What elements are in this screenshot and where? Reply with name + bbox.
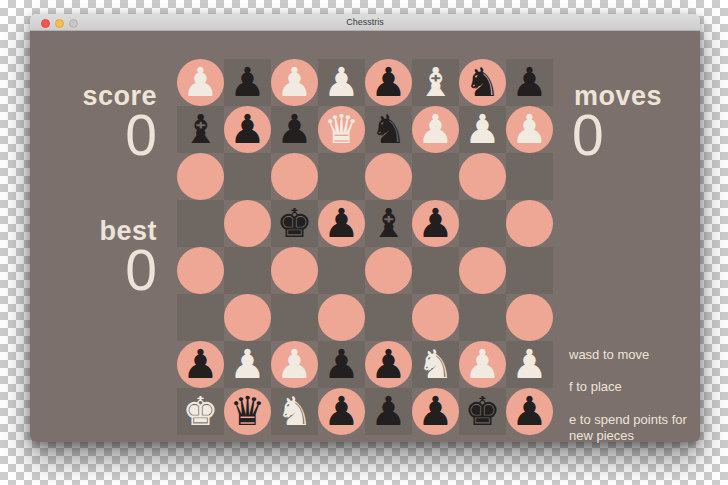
square-r5c6 bbox=[412, 247, 459, 294]
square-r7c2: ♟ bbox=[224, 341, 271, 388]
square-r7c6: ♞ bbox=[412, 341, 459, 388]
black-knight: ♞ bbox=[465, 59, 501, 106]
square-r6c7 bbox=[459, 294, 506, 341]
white-knight: ♞ bbox=[277, 388, 313, 435]
square-r1c1: ♟ bbox=[177, 59, 224, 106]
black-pawn: ♟ bbox=[371, 59, 407, 106]
white-queen: ♛ bbox=[324, 106, 360, 153]
square-r4c5: ♝ bbox=[365, 200, 412, 247]
square-r4c8 bbox=[506, 200, 553, 247]
square-r4c4: ♟ bbox=[318, 200, 365, 247]
square-r2c8: ♟ bbox=[506, 106, 553, 153]
black-king: ♚ bbox=[465, 388, 501, 435]
square-r1c7: ♞ bbox=[459, 59, 506, 106]
square-r8c7: ♚ bbox=[459, 388, 506, 435]
square-r2c4: ♛ bbox=[318, 106, 365, 153]
square-r7c3: ♟ bbox=[271, 341, 318, 388]
app-window: Chesstris score 0 best 0 moves 0 ♟♟♟♟♟♝♞… bbox=[30, 14, 700, 442]
square-r6c5 bbox=[365, 294, 412, 341]
square-r6c2 bbox=[224, 294, 271, 341]
square-r3c6 bbox=[412, 153, 459, 200]
white-pawn: ♟ bbox=[324, 59, 360, 106]
square-r8c1: ♚ bbox=[177, 388, 224, 435]
black-bishop: ♝ bbox=[183, 106, 219, 153]
black-pawn: ♟ bbox=[183, 341, 219, 388]
square-r2c6: ♟ bbox=[412, 106, 459, 153]
square-r6c1 bbox=[177, 294, 224, 341]
game-area: score 0 best 0 moves 0 ♟♟♟♟♟♝♞♟♝♟♟♛♞♟♟♟♚… bbox=[30, 31, 700, 442]
square-r8c6: ♟ bbox=[412, 388, 459, 435]
square-r4c3: ♚ bbox=[271, 200, 318, 247]
square-r3c3 bbox=[271, 153, 318, 200]
square-r3c2 bbox=[224, 153, 271, 200]
black-pawn: ♟ bbox=[324, 388, 360, 435]
square-r3c4 bbox=[318, 153, 365, 200]
square-r5c8 bbox=[506, 247, 553, 294]
square-r1c5: ♟ bbox=[365, 59, 412, 106]
black-pawn: ♟ bbox=[277, 106, 313, 153]
square-r4c2 bbox=[224, 200, 271, 247]
white-pawn: ♟ bbox=[418, 106, 454, 153]
transparency-background: Chesstris score 0 best 0 moves 0 ♟♟♟♟♟♝♞… bbox=[0, 0, 728, 485]
white-king: ♚ bbox=[183, 388, 219, 435]
window-title: Chesstris bbox=[30, 14, 700, 30]
instruction-move: wasd to move bbox=[569, 347, 711, 363]
square-r4c7 bbox=[459, 200, 506, 247]
square-r1c8: ♟ bbox=[506, 59, 553, 106]
white-pawn: ♟ bbox=[277, 341, 313, 388]
square-r4c1 bbox=[177, 200, 224, 247]
best-value: 0 bbox=[60, 242, 157, 299]
square-r5c1 bbox=[177, 247, 224, 294]
square-r4c6: ♟ bbox=[412, 200, 459, 247]
black-pawn: ♟ bbox=[512, 388, 548, 435]
square-r8c4: ♟ bbox=[318, 388, 365, 435]
square-r6c3 bbox=[271, 294, 318, 341]
square-r7c8: ♟ bbox=[506, 341, 553, 388]
black-pawn: ♟ bbox=[230, 59, 266, 106]
square-r6c6 bbox=[412, 294, 459, 341]
white-pawn: ♟ bbox=[277, 59, 313, 106]
square-r7c1: ♟ bbox=[177, 341, 224, 388]
black-pawn: ♟ bbox=[371, 388, 407, 435]
square-r2c7: ♟ bbox=[459, 106, 506, 153]
chess-board: ♟♟♟♟♟♝♞♟♝♟♟♛♞♟♟♟♚♟♝♟♟♟♟♟♟♞♟♟♚♛♞♟♟♟♚♟ bbox=[177, 59, 553, 435]
black-pawn: ♟ bbox=[371, 341, 407, 388]
square-r3c5 bbox=[365, 153, 412, 200]
square-r3c7 bbox=[459, 153, 506, 200]
black-pawn: ♟ bbox=[324, 200, 360, 247]
black-knight: ♞ bbox=[371, 106, 407, 153]
white-knight: ♞ bbox=[418, 341, 454, 388]
black-pawn: ♟ bbox=[418, 200, 454, 247]
black-king: ♚ bbox=[277, 200, 313, 247]
square-r5c4 bbox=[318, 247, 365, 294]
square-r6c8 bbox=[506, 294, 553, 341]
white-pawn: ♟ bbox=[183, 59, 219, 106]
white-pawn: ♟ bbox=[512, 341, 548, 388]
instruction-place: f to place bbox=[569, 379, 711, 395]
window-titlebar[interactable]: Chesstris bbox=[30, 14, 700, 31]
black-pawn: ♟ bbox=[418, 388, 454, 435]
square-r7c4: ♟ bbox=[318, 341, 365, 388]
square-r8c3: ♞ bbox=[271, 388, 318, 435]
square-r2c5: ♞ bbox=[365, 106, 412, 153]
white-pawn: ♟ bbox=[465, 341, 501, 388]
square-r8c5: ♟ bbox=[365, 388, 412, 435]
black-pawn: ♟ bbox=[324, 341, 360, 388]
square-r8c2: ♛ bbox=[224, 388, 271, 435]
score-value: 0 bbox=[60, 107, 157, 164]
black-bishop: ♝ bbox=[371, 200, 407, 247]
black-pawn: ♟ bbox=[512, 59, 548, 106]
square-r5c7 bbox=[459, 247, 506, 294]
square-r5c5 bbox=[365, 247, 412, 294]
square-r5c2 bbox=[224, 247, 271, 294]
square-r2c2: ♟ bbox=[224, 106, 271, 153]
white-pawn: ♟ bbox=[512, 106, 548, 153]
moves-value: 0 bbox=[572, 107, 692, 164]
square-r1c3: ♟ bbox=[271, 59, 318, 106]
square-r8c8: ♟ bbox=[506, 388, 553, 435]
square-r1c2: ♟ bbox=[224, 59, 271, 106]
white-pawn: ♟ bbox=[465, 106, 501, 153]
square-r1c6: ♝ bbox=[412, 59, 459, 106]
white-bishop: ♝ bbox=[418, 59, 454, 106]
square-r6c4 bbox=[318, 294, 365, 341]
square-r1c4: ♟ bbox=[318, 59, 365, 106]
square-r2c3: ♟ bbox=[271, 106, 318, 153]
white-pawn: ♟ bbox=[230, 341, 266, 388]
square-r3c1 bbox=[177, 153, 224, 200]
square-r2c1: ♝ bbox=[177, 106, 224, 153]
square-r7c7: ♟ bbox=[459, 341, 506, 388]
black-queen: ♛ bbox=[230, 388, 266, 435]
square-r7c5: ♟ bbox=[365, 341, 412, 388]
instruction-spend: e to spend points for new pieces bbox=[569, 412, 711, 445]
instructions: wasd to move f to place e to spend point… bbox=[569, 347, 711, 460]
black-pawn: ♟ bbox=[230, 106, 266, 153]
square-r3c8 bbox=[506, 153, 553, 200]
square-r5c3 bbox=[271, 247, 318, 294]
